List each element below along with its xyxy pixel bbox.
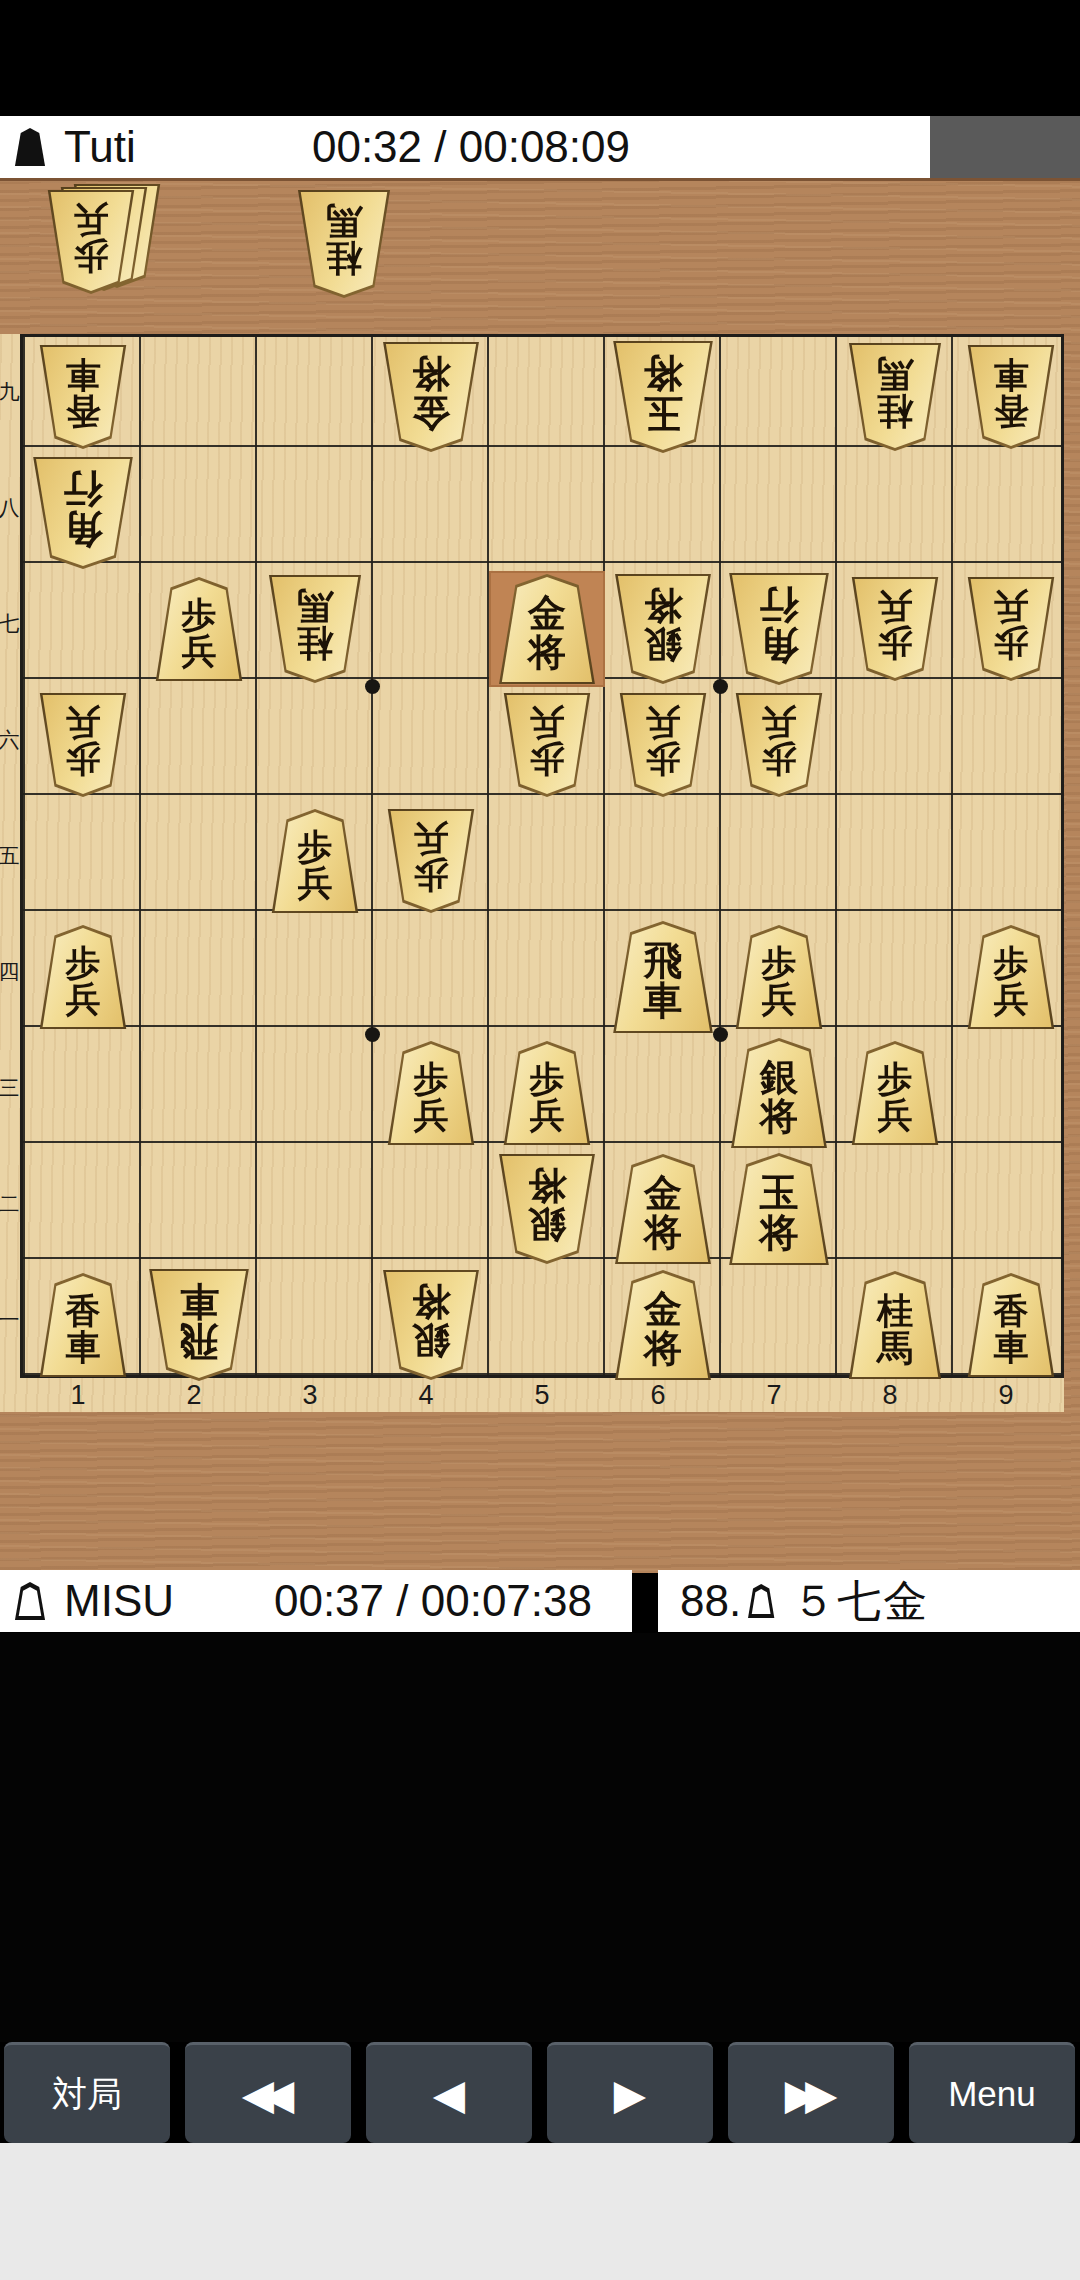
shogi-piece-歩兵[interactable]: 歩兵 — [37, 693, 129, 797]
white-shogi-piece-icon — [14, 1582, 46, 1620]
captured-pieces-top: 歩兵歩兵歩兵桂馬 — [0, 190, 1080, 320]
board-square[interactable] — [953, 455, 1069, 571]
board-square[interactable] — [257, 687, 373, 803]
board-square[interactable] — [373, 571, 489, 687]
rank-labels: 九八七六五四三二一 — [0, 334, 20, 1378]
file-label: 9 — [948, 1378, 1064, 1412]
shogi-piece-歩兵[interactable]: 歩兵 — [733, 925, 825, 1029]
board-square[interactable] — [373, 687, 489, 803]
rank-label: 五 — [0, 798, 18, 914]
board-square[interactable]: 歩兵 — [837, 571, 953, 687]
board-square[interactable] — [257, 919, 373, 1035]
file-label: 8 — [832, 1378, 948, 1412]
rank-label: 一 — [0, 1262, 18, 1378]
board-square[interactable]: 桂馬 — [257, 571, 373, 687]
star-point-dot — [713, 679, 728, 694]
board-square[interactable] — [141, 803, 257, 919]
shogi-piece-玉将[interactable]: 玉将 — [610, 341, 716, 453]
file-label: 5 — [484, 1378, 600, 1412]
shogi-piece-歩兵[interactable]: 歩兵 — [849, 1041, 941, 1145]
board-square[interactable]: 歩兵 — [953, 571, 1069, 687]
rank-label: 六 — [0, 682, 18, 798]
file-label: 7 — [716, 1378, 832, 1412]
hand-stack-桂馬[interactable]: 桂馬 — [295, 190, 385, 310]
shogi-piece-飛車[interactable]: 飛車 — [146, 1269, 252, 1381]
board-square[interactable] — [837, 803, 953, 919]
board-square[interactable] — [953, 1035, 1069, 1151]
shogi-piece-金将[interactable]: 金将 — [496, 574, 598, 684]
shogi-piece-歩兵[interactable]: 歩兵 — [153, 577, 245, 681]
board-panel: 九八七六五四三二一 香車金将玉将桂馬香車角行歩兵桂馬金将銀将角行歩兵歩兵歩兵歩兵… — [0, 334, 1064, 1412]
shogi-piece-歩兵[interactable]: 歩兵 — [965, 577, 1057, 681]
board-square[interactable]: 香車 — [953, 1267, 1069, 1383]
rewind-to-start-button[interactable]: ◀◀ — [185, 2042, 351, 2143]
shogi-piece-桂馬[interactable]: 桂馬 — [295, 190, 393, 298]
file-labels: 123456789 — [20, 1378, 1064, 1412]
file-label: 4 — [368, 1378, 484, 1412]
shogi-piece-歩兵[interactable]: 歩兵 — [965, 925, 1057, 1029]
board-square[interactable]: 金将 — [489, 571, 605, 687]
board-square[interactable]: 歩兵 — [25, 919, 141, 1035]
board-square[interactable]: 銀将 — [373, 1267, 489, 1383]
game-button[interactable]: 対局 — [4, 2042, 170, 2143]
player-clock-top: 00:32 / 00:08:09 — [312, 122, 630, 172]
board-square[interactable] — [373, 919, 489, 1035]
shogi-piece-歩兵[interactable]: 歩兵 — [37, 925, 129, 1029]
captured-pieces-bottom — [0, 1412, 1080, 1562]
board-square[interactable]: 歩兵 — [373, 803, 489, 919]
board-square[interactable]: 桂馬 — [837, 1267, 953, 1383]
shogi-piece-銀将[interactable]: 銀将 — [496, 1154, 598, 1264]
board-square[interactable]: 香車 — [25, 339, 141, 455]
board-square[interactable] — [141, 1035, 257, 1151]
shogi-piece-歩兵[interactable]: 歩兵 — [501, 693, 593, 797]
shogi-piece-香車[interactable]: 香車 — [965, 1273, 1057, 1377]
board-square[interactable]: 飛車 — [141, 1267, 257, 1383]
board-square[interactable]: 角行 — [25, 455, 141, 571]
shogi-piece-金将[interactable]: 金将 — [380, 342, 482, 452]
board-square[interactable]: 歩兵 — [373, 1035, 489, 1151]
shogi-piece-飛車[interactable]: 飛車 — [610, 921, 716, 1033]
board-square[interactable] — [953, 687, 1069, 803]
step-back-button[interactable]: ◀ — [366, 2042, 532, 2143]
rank-label: 二 — [0, 1146, 18, 1262]
control-bar: 対局◀◀◀▶▶▶Menu — [0, 2042, 1080, 2143]
shogi-piece-香車[interactable]: 香車 — [37, 1273, 129, 1377]
board-square[interactable] — [373, 455, 489, 571]
status-bar-spacer — [0, 0, 1080, 116]
shogi-piece-金将[interactable]: 金将 — [612, 1154, 714, 1264]
board-square[interactable]: 歩兵 — [489, 687, 605, 803]
board-square[interactable]: 歩兵 — [837, 1035, 953, 1151]
shogi-piece-歩兵[interactable]: 歩兵 — [501, 1041, 593, 1145]
board-square[interactable]: 香車 — [953, 339, 1069, 455]
board-square[interactable] — [721, 803, 837, 919]
board-square[interactable]: 香車 — [25, 1267, 141, 1383]
shogi-piece-香車[interactable]: 香車 — [37, 345, 129, 449]
move-text: ５七金 — [791, 1572, 929, 1631]
star-point-dot — [713, 1027, 728, 1042]
board-square[interactable]: 歩兵 — [257, 803, 373, 919]
file-label: 1 — [20, 1378, 136, 1412]
menu-button[interactable]: Menu — [909, 2042, 1075, 2143]
shogi-piece-歩兵[interactable]: 歩兵 — [385, 809, 477, 913]
board-square[interactable] — [257, 339, 373, 455]
board-square[interactable] — [605, 1035, 721, 1151]
board-square[interactable]: 歩兵 — [721, 687, 837, 803]
board-square[interactable]: 玉将 — [605, 339, 721, 455]
board-square[interactable] — [25, 1151, 141, 1267]
board-square[interactable] — [721, 1267, 837, 1383]
player-name-bottom: MISU — [64, 1576, 174, 1626]
board-square[interactable] — [837, 1151, 953, 1267]
file-label: 6 — [600, 1378, 716, 1412]
board-square[interactable]: 金将 — [605, 1151, 721, 1267]
board-square[interactable] — [837, 455, 953, 571]
player-bar-top: Tuti 00:32 / 00:08:09 — [0, 116, 930, 178]
shogi-piece-歩兵[interactable]: 歩兵 — [733, 693, 825, 797]
step-forward-button[interactable]: ▶ — [547, 2042, 713, 2143]
move-list-area — [0, 1633, 1080, 2042]
shogi-piece-銀将[interactable]: 銀将 — [612, 574, 714, 684]
board-square[interactable] — [489, 919, 605, 1035]
board-square[interactable] — [141, 339, 257, 455]
board-square[interactable] — [257, 1151, 373, 1267]
player-bar-bottom: MISU 00:37 / 00:07:38 — [0, 1570, 632, 1632]
board-square[interactable] — [489, 339, 605, 455]
board-square[interactable] — [141, 687, 257, 803]
player-clock-bottom: 00:37 / 00:07:38 — [274, 1576, 592, 1626]
shogi-piece-歩兵[interactable]: 歩兵 — [617, 693, 709, 797]
board-square[interactable] — [489, 455, 605, 571]
rank-label: 四 — [0, 914, 18, 1030]
board-square[interactable] — [257, 455, 373, 571]
move-number: 88. — [680, 1576, 741, 1626]
shogi-piece-玉将[interactable]: 玉将 — [726, 1153, 832, 1265]
board-square[interactable]: 角行 — [721, 571, 837, 687]
player-name-top: Tuti — [64, 122, 136, 172]
board-square[interactable]: 玉将 — [721, 1151, 837, 1267]
rank-label: 三 — [0, 1030, 18, 1146]
shogi-piece-銀将[interactable]: 銀将 — [380, 1270, 482, 1380]
board-square[interactable]: 歩兵 — [721, 919, 837, 1035]
shogi-piece-桂馬[interactable]: 桂馬 — [266, 575, 364, 683]
shogi-piece-香車[interactable]: 香車 — [965, 345, 1057, 449]
board-square[interactable]: 銀将 — [605, 571, 721, 687]
board-square[interactable] — [489, 803, 605, 919]
board-square[interactable] — [605, 455, 721, 571]
file-label: 2 — [136, 1378, 252, 1412]
board-square[interactable]: 歩兵 — [953, 919, 1069, 1035]
shogi-piece-歩兵[interactable]: 歩兵 — [269, 809, 361, 913]
rank-label: 七 — [0, 566, 18, 682]
last-move-panel: 88. ５七金 — [658, 1570, 1080, 1632]
forward-to-end-button[interactable]: ▶▶ — [728, 2042, 894, 2143]
star-point-dot — [365, 1027, 380, 1042]
shogi-piece-桂馬[interactable]: 桂馬 — [846, 343, 944, 451]
shogi-piece-銀将[interactable]: 銀将 — [728, 1038, 830, 1148]
board-square[interactable] — [257, 1267, 373, 1383]
board-square[interactable]: 歩兵 — [25, 687, 141, 803]
rank-label: 八 — [0, 450, 18, 566]
board-square[interactable] — [489, 1267, 605, 1383]
star-point-dot — [365, 679, 380, 694]
board-square[interactable]: 金将 — [605, 1267, 721, 1383]
board-square[interactable] — [953, 803, 1069, 919]
white-shogi-piece-icon — [747, 1584, 775, 1618]
board-square[interactable] — [257, 1035, 373, 1151]
black-shogi-piece-icon — [14, 128, 46, 166]
board-square[interactable] — [25, 571, 141, 687]
board-square[interactable] — [721, 339, 837, 455]
board-square[interactable]: 歩兵 — [489, 1035, 605, 1151]
rank-label: 九 — [0, 334, 18, 450]
shogi-app-screen: Tuti 00:32 / 00:08:09 歩兵歩兵歩兵桂馬 九八七六五四三二一… — [0, 0, 1080, 2280]
board-square[interactable]: 歩兵 — [141, 571, 257, 687]
board-square[interactable] — [141, 455, 257, 571]
board-square[interactable]: 金将 — [373, 339, 489, 455]
shogi-piece-角行[interactable]: 角行 — [30, 457, 136, 569]
shogi-piece-金将[interactable]: 金将 — [612, 1270, 714, 1380]
board-square[interactable] — [721, 455, 837, 571]
shogi-piece-歩兵[interactable]: 歩兵 — [849, 577, 941, 681]
top-bar-right-block — [930, 116, 1080, 178]
board-square[interactable]: 歩兵 — [605, 687, 721, 803]
board-square[interactable] — [25, 803, 141, 919]
shogi-board: 香車金将玉将桂馬香車角行歩兵桂馬金将銀将角行歩兵歩兵歩兵歩兵歩兵歩兵歩兵歩兵歩兵… — [20, 334, 1064, 1378]
shogi-piece-歩兵[interactable]: 歩兵 — [385, 1041, 477, 1145]
board-square[interactable] — [141, 919, 257, 1035]
board-square[interactable] — [837, 687, 953, 803]
board-square[interactable] — [25, 1035, 141, 1151]
board-square[interactable]: 銀将 — [489, 1151, 605, 1267]
board-square[interactable] — [953, 1151, 1069, 1267]
hand-stack-歩兵[interactable]: 歩兵歩兵歩兵 — [45, 190, 161, 310]
file-label: 3 — [252, 1378, 368, 1412]
shogi-piece-角行[interactable]: 角行 — [726, 573, 832, 685]
shogi-piece-桂馬[interactable]: 桂馬 — [846, 1271, 944, 1379]
board-square[interactable] — [837, 919, 953, 1035]
board-square[interactable]: 桂馬 — [837, 339, 953, 455]
bottom-strip — [0, 2143, 1080, 2280]
board-square[interactable]: 銀将 — [721, 1035, 837, 1151]
board-square[interactable] — [141, 1151, 257, 1267]
board-square[interactable] — [373, 1151, 489, 1267]
board-square[interactable] — [605, 803, 721, 919]
board-square[interactable]: 飛車 — [605, 919, 721, 1035]
